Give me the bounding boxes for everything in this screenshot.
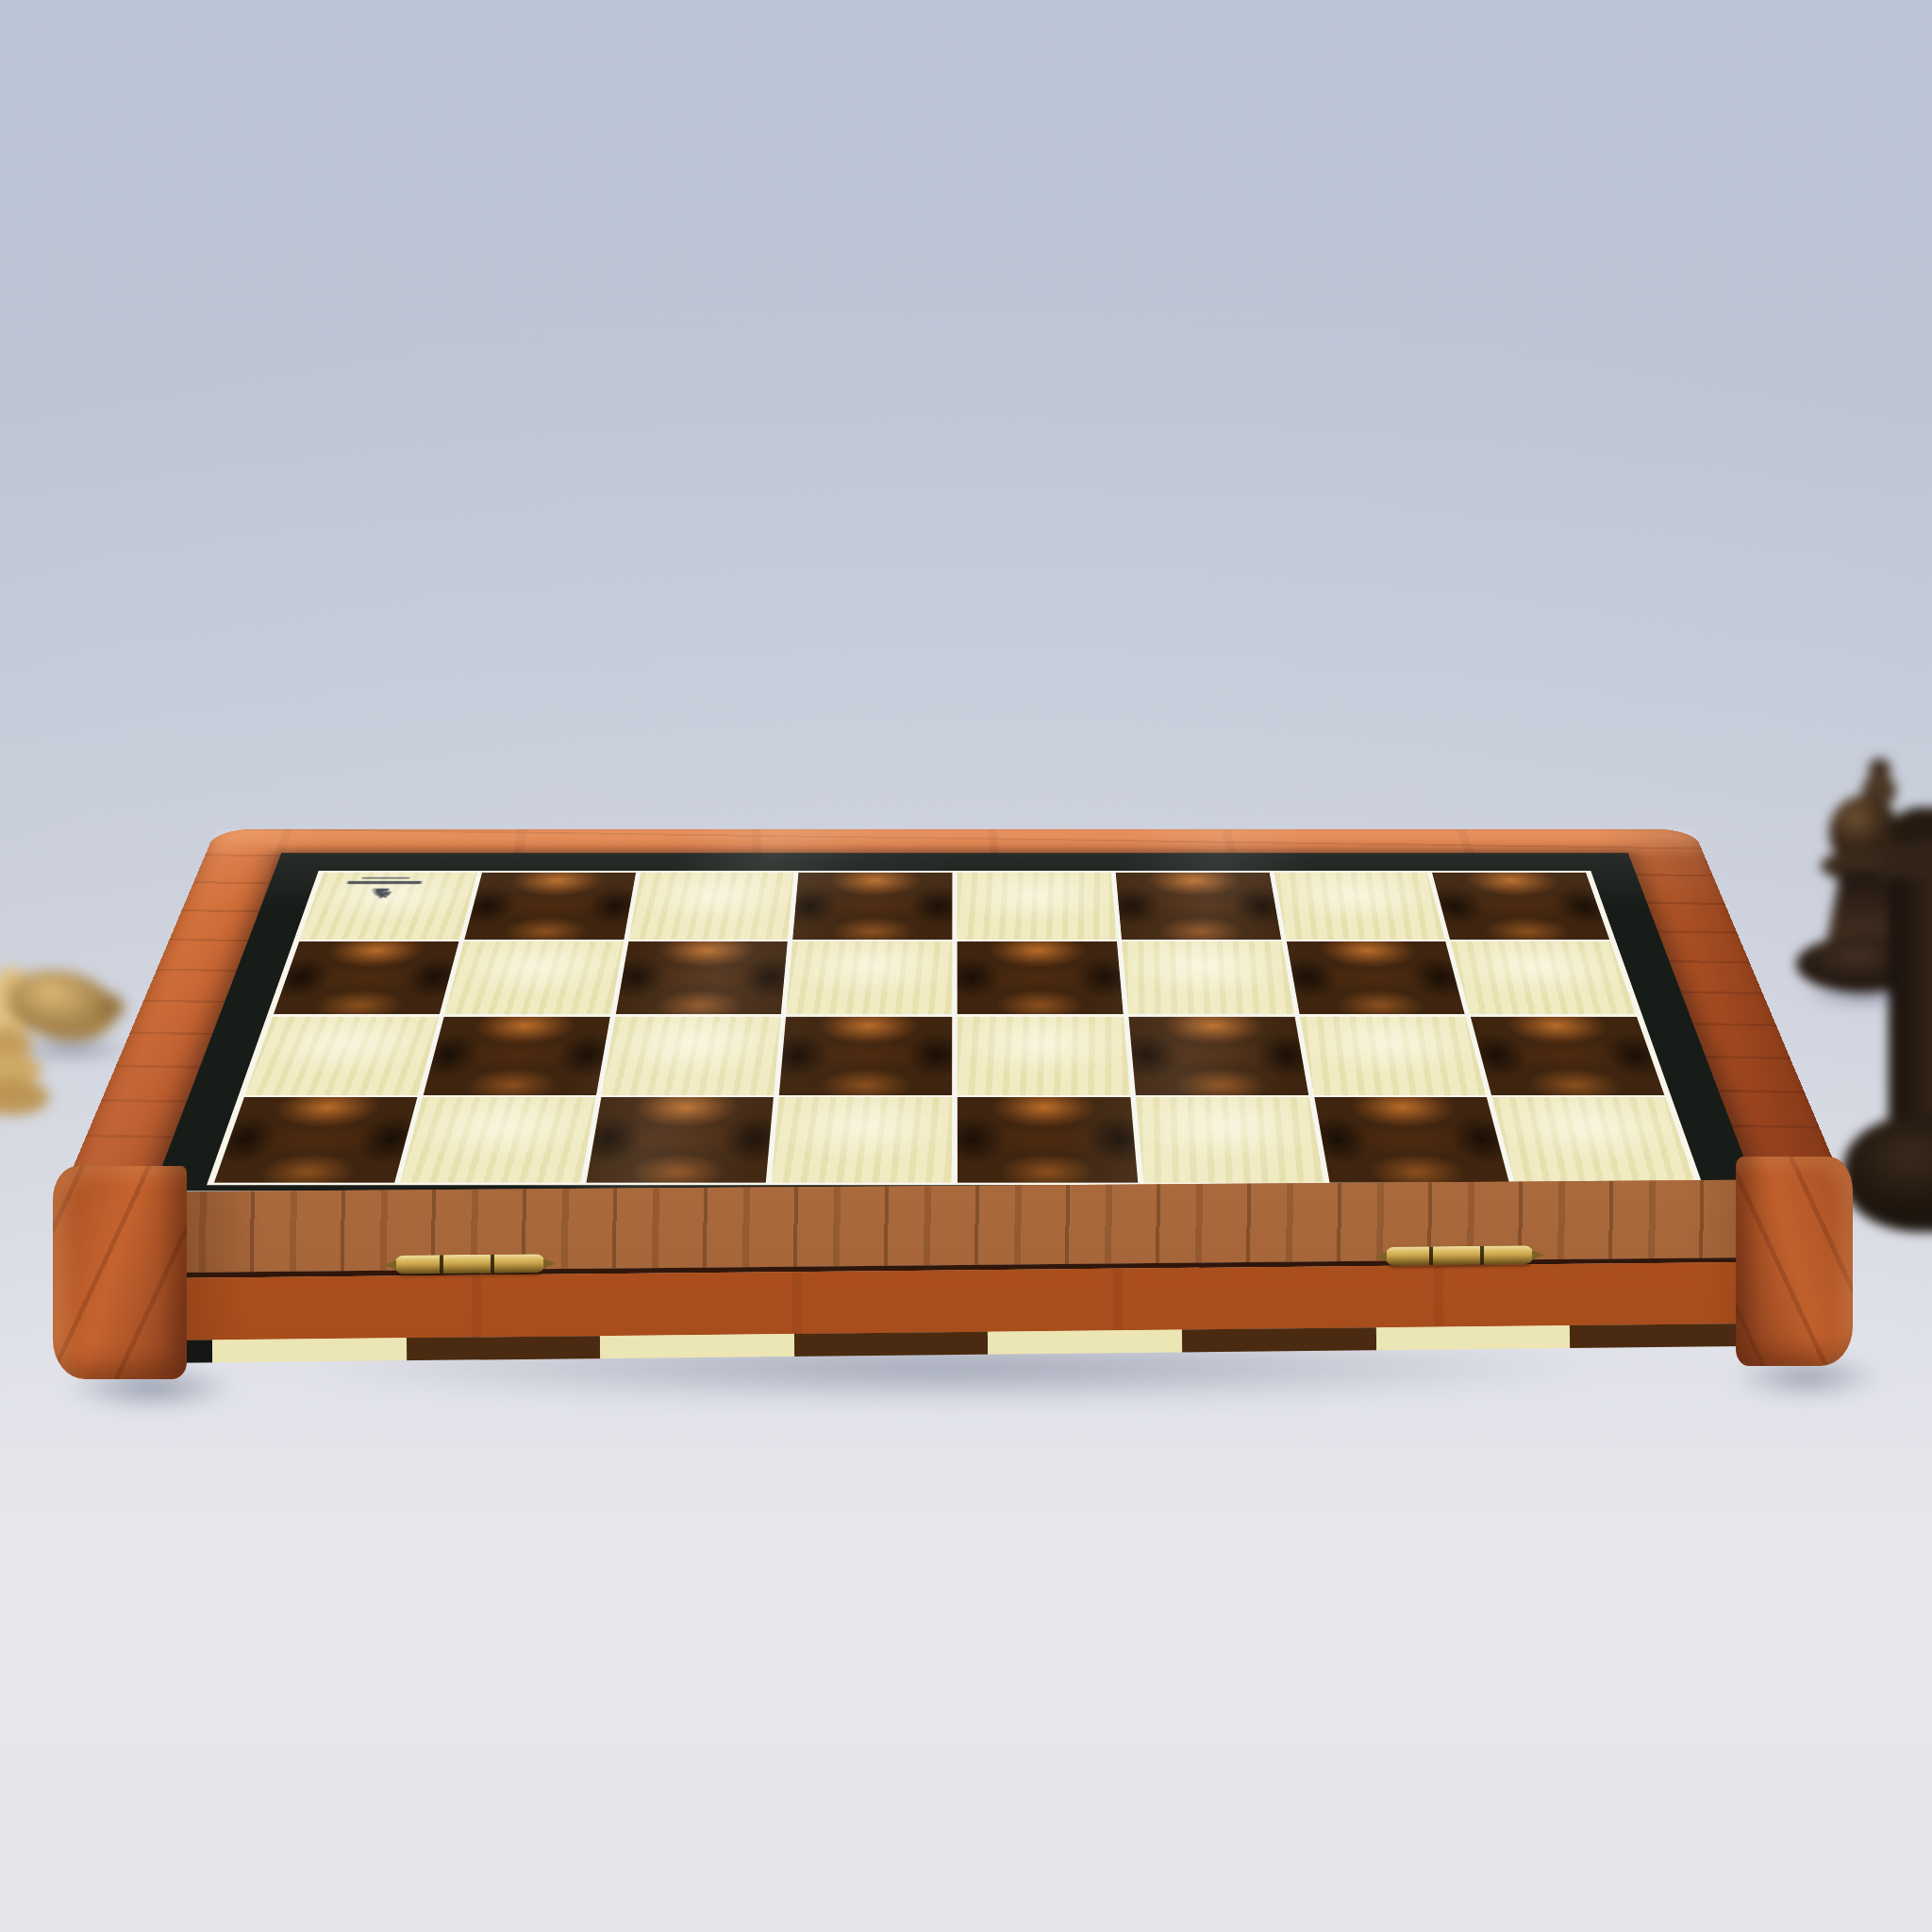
bishop-mitre bbox=[1829, 795, 1899, 869]
board-square bbox=[1128, 1016, 1308, 1094]
photo-stage: ♞ bbox=[0, 0, 1932, 1932]
board-black-border: ♞ bbox=[153, 853, 1757, 1191]
board-top-face: ♞ bbox=[63, 829, 1846, 1191]
brass-hinge-left bbox=[394, 1254, 545, 1274]
lying-piece-body bbox=[2, 961, 123, 1051]
board-square bbox=[958, 1016, 1130, 1094]
board-square bbox=[274, 941, 458, 1014]
bottom-board-sliver-row bbox=[71, 1302, 1840, 1366]
board-square bbox=[1314, 1097, 1509, 1182]
board-square bbox=[958, 941, 1124, 1014]
board-square bbox=[628, 873, 793, 940]
brass-hinge-right bbox=[1385, 1245, 1534, 1266]
lying-piece-finial bbox=[98, 994, 124, 1020]
bottom-board-square-edge bbox=[212, 1317, 407, 1364]
board-square bbox=[1451, 941, 1636, 1014]
brand-logo-text-smudge bbox=[362, 877, 411, 879]
bishop-neck-ball bbox=[1862, 774, 1896, 808]
board-grid: ♞ bbox=[214, 873, 1695, 1182]
board-white-pinstripe: ♞ bbox=[207, 871, 1703, 1186]
lying-piece-collar bbox=[0, 968, 30, 1040]
board-square bbox=[787, 941, 953, 1014]
bottom-board-square-edge bbox=[406, 1315, 600, 1362]
hinge-pin-tip bbox=[1532, 1250, 1544, 1259]
board-square bbox=[586, 1097, 774, 1182]
hinge-pin-tip bbox=[384, 1260, 396, 1270]
king-body-partial bbox=[1889, 877, 1932, 1138]
board-square bbox=[601, 1016, 781, 1094]
board-square bbox=[245, 1016, 439, 1094]
king-collar-partial bbox=[1877, 841, 1932, 896]
right-corner-post bbox=[1736, 1157, 1853, 1366]
brand-logo-text-smudge bbox=[347, 881, 423, 884]
brand-logo-knight-icon: ♞ bbox=[364, 887, 399, 901]
bottom-board-square-edge bbox=[1182, 1307, 1376, 1354]
bottom-board-square-edge bbox=[793, 1310, 988, 1357]
board-square bbox=[400, 1097, 595, 1182]
wooden-frame: ♞ bbox=[63, 829, 1846, 1191]
board-square bbox=[1286, 941, 1464, 1014]
board-square bbox=[615, 941, 788, 1014]
king-crown-partial bbox=[1892, 808, 1932, 858]
board-square bbox=[1115, 873, 1280, 940]
bottom-board-square-edge bbox=[600, 1313, 794, 1360]
board-square bbox=[958, 1097, 1138, 1182]
bottom-board-square-edge bbox=[1375, 1305, 1570, 1352]
board-square bbox=[1492, 1097, 1695, 1182]
board-square bbox=[444, 941, 623, 1014]
board-square bbox=[1122, 941, 1294, 1014]
board-square bbox=[772, 1097, 952, 1182]
bishop-collar bbox=[1821, 850, 1907, 882]
board-square bbox=[464, 873, 636, 940]
box-ground-shadow bbox=[38, 1332, 1858, 1426]
board-square: ♞ bbox=[300, 873, 477, 940]
standing-piece-base bbox=[0, 1079, 49, 1115]
standing-piece-ring-mid bbox=[0, 1053, 42, 1087]
hinge-pin-tip bbox=[543, 1258, 556, 1268]
bottom-board-square-edge bbox=[1570, 1303, 1764, 1350]
bishop-shadow bbox=[1774, 974, 1932, 1017]
board-square bbox=[1432, 873, 1609, 940]
bishop-stem bbox=[1824, 872, 1904, 953]
board-square bbox=[1136, 1097, 1324, 1182]
board-square bbox=[1300, 1016, 1487, 1094]
bishop-finial-knob bbox=[1869, 758, 1890, 780]
board-square bbox=[214, 1097, 417, 1182]
board-square bbox=[424, 1016, 610, 1094]
board-square bbox=[1274, 873, 1445, 940]
bottom-board-square-edge bbox=[988, 1308, 1182, 1356]
board-square bbox=[1471, 1016, 1664, 1094]
board-square bbox=[958, 873, 1117, 940]
board-square bbox=[779, 1016, 952, 1094]
bishop-base bbox=[1796, 936, 1930, 992]
board-square bbox=[792, 873, 952, 940]
standing-piece-ring-top bbox=[0, 1028, 32, 1060]
brand-logo: ♞ bbox=[332, 877, 432, 900]
hinge-pin-tip bbox=[1374, 1252, 1387, 1261]
left-corner-post bbox=[53, 1166, 187, 1379]
king-base-partial bbox=[1843, 1115, 1932, 1232]
